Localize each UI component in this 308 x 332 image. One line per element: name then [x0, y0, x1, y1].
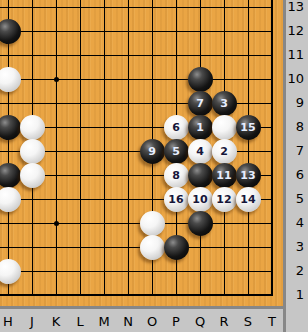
- col-label-p: P: [168, 312, 184, 332]
- stone-o3[interactable]: [140, 235, 165, 260]
- col-label-k: K: [48, 312, 64, 332]
- col-label-h: H: [0, 312, 16, 332]
- col-label-m: M: [96, 312, 112, 332]
- stone-s5[interactable]: 14: [236, 187, 261, 212]
- stone-j7[interactable]: [20, 139, 45, 164]
- row-label-4: 4: [286, 214, 304, 232]
- star-point-k4: [54, 221, 59, 226]
- row-label-2: 2: [286, 262, 304, 280]
- row-label-1: 1: [286, 286, 304, 304]
- row-label-7: 7: [286, 142, 304, 160]
- stone-p5[interactable]: 16: [164, 187, 189, 212]
- stone-q10[interactable]: [188, 67, 213, 92]
- col-label-q: Q: [192, 312, 208, 332]
- go-board[interactable]: 73611595428111316101214: [0, 0, 284, 307]
- stone-p7[interactable]: 5: [164, 139, 189, 164]
- grid-line: [128, 0, 129, 296]
- col-label-j: J: [24, 312, 40, 332]
- go-diagram: 73611595428111316101214 HJKLMNOPQRST1312…: [0, 0, 308, 332]
- row-label-6: 6: [286, 166, 304, 184]
- row-label-12: 12: [286, 22, 304, 40]
- star-point-k10: [54, 77, 59, 82]
- row-label-11: 11: [286, 46, 304, 64]
- stone-p6[interactable]: 8: [164, 163, 189, 188]
- grid-line: [0, 31, 273, 32]
- stone-h8[interactable]: [0, 115, 21, 140]
- row-label-13: 13: [286, 0, 304, 16]
- grid-line: [80, 0, 81, 296]
- grid-line: [56, 0, 57, 296]
- stone-s6[interactable]: 13: [236, 163, 261, 188]
- grid-line: [0, 271, 273, 272]
- col-label-l: L: [72, 312, 88, 332]
- stone-q4[interactable]: [188, 211, 213, 236]
- grid-line: [8, 0, 9, 296]
- stone-q6[interactable]: [188, 163, 213, 188]
- row-label-10: 10: [286, 70, 304, 88]
- stone-p8[interactable]: 6: [164, 115, 189, 140]
- grid-line: [0, 247, 273, 248]
- stone-h10[interactable]: [0, 67, 21, 92]
- stone-q9[interactable]: 7: [188, 91, 213, 116]
- grid-line: [248, 0, 249, 296]
- stone-h12[interactable]: [0, 19, 21, 44]
- stone-h2[interactable]: [0, 259, 21, 284]
- col-label-t: T: [264, 312, 280, 332]
- stone-r6[interactable]: 11: [212, 163, 237, 188]
- stone-r9[interactable]: 3: [212, 91, 237, 116]
- stone-s8[interactable]: 15: [236, 115, 261, 140]
- row-label-5: 5: [286, 190, 304, 208]
- grid-line: [0, 294, 273, 296]
- grid-line: [0, 55, 273, 56]
- stone-r5[interactable]: 12: [212, 187, 237, 212]
- stone-j8[interactable]: [20, 115, 45, 140]
- stone-h5[interactable]: [0, 187, 21, 212]
- row-label-3: 3: [286, 238, 304, 256]
- grid-line: [271, 0, 273, 296]
- row-label-9: 9: [286, 94, 304, 112]
- grid-line: [104, 0, 105, 296]
- stone-j6[interactable]: [20, 163, 45, 188]
- stone-o4[interactable]: [140, 211, 165, 236]
- grid-line: [0, 223, 273, 224]
- row-label-8: 8: [286, 118, 304, 136]
- stone-h6[interactable]: [0, 163, 21, 188]
- col-label-n: N: [120, 312, 136, 332]
- col-label-o: O: [144, 312, 160, 332]
- stone-p3[interactable]: [164, 235, 189, 260]
- stone-r7[interactable]: 2: [212, 139, 237, 164]
- stone-o7[interactable]: 9: [140, 139, 165, 164]
- grid-line: [0, 79, 273, 80]
- col-label-r: R: [216, 312, 232, 332]
- stone-q7[interactable]: 4: [188, 139, 213, 164]
- stone-q8[interactable]: 1: [188, 115, 213, 140]
- stone-q5[interactable]: 10: [188, 187, 213, 212]
- col-label-s: S: [240, 312, 256, 332]
- grid-line: [0, 7, 273, 8]
- stone-r8[interactable]: [212, 115, 237, 140]
